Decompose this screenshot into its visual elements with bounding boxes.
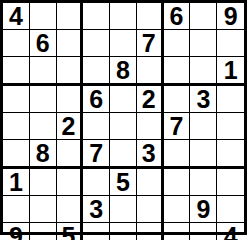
cell-r2c1[interactable] — [3, 30, 30, 57]
cell-r8c8[interactable]: 9 — [190, 196, 217, 223]
cell-r9c9[interactable]: 4 — [217, 223, 244, 240]
cell-r4c5[interactable] — [110, 86, 137, 113]
cell-r4c9[interactable] — [217, 86, 244, 113]
cell-r7c7[interactable] — [164, 169, 191, 196]
cell-r9c1[interactable]: 9 — [3, 223, 30, 240]
cell-r3c2[interactable] — [30, 57, 57, 86]
cell-r8c9[interactable] — [217, 196, 244, 223]
cell-r2c3[interactable] — [57, 30, 84, 57]
cell-r6c9[interactable] — [217, 140, 244, 169]
cell-r1c4[interactable] — [83, 3, 110, 30]
cell-r7c2[interactable] — [30, 169, 57, 196]
cell-r8c1[interactable] — [3, 196, 30, 223]
cell-r3c9[interactable]: 1 — [217, 57, 244, 86]
cell-r6c4[interactable]: 7 — [83, 140, 110, 169]
cell-r7c1[interactable]: 1 — [3, 169, 30, 196]
cell-r2c8[interactable] — [190, 30, 217, 57]
cell-r7c8[interactable] — [190, 169, 217, 196]
cell-r3c4[interactable] — [83, 57, 110, 86]
cell-r2c7[interactable] — [164, 30, 191, 57]
cell-r9c2[interactable] — [30, 223, 57, 240]
cell-r8c5[interactable] — [110, 196, 137, 223]
cell-r2c5[interactable] — [110, 30, 137, 57]
cell-r6c2[interactable]: 8 — [30, 140, 57, 169]
cell-r5c9[interactable] — [217, 113, 244, 140]
cell-r6c6[interactable]: 3 — [137, 140, 164, 169]
cell-r9c8[interactable] — [190, 223, 217, 240]
cell-r1c8[interactable] — [190, 3, 217, 30]
cell-r7c3[interactable] — [57, 169, 84, 196]
cell-r3c8[interactable] — [190, 57, 217, 86]
cell-r5c6[interactable] — [137, 113, 164, 140]
cell-r5c3[interactable]: 2 — [57, 113, 84, 140]
cell-r5c8[interactable] — [190, 113, 217, 140]
cell-r9c6[interactable] — [137, 223, 164, 240]
cell-r8c2[interactable] — [30, 196, 57, 223]
cell-r3c5[interactable]: 8 — [110, 57, 137, 86]
cell-r4c8[interactable]: 3 — [190, 86, 217, 113]
cell-r2c9[interactable] — [217, 30, 244, 57]
cell-r8c7[interactable] — [164, 196, 191, 223]
cell-r1c6[interactable] — [137, 3, 164, 30]
cell-r3c3[interactable] — [57, 57, 84, 86]
cell-r1c2[interactable] — [30, 3, 57, 30]
cell-r6c8[interactable] — [190, 140, 217, 169]
cell-r1c9[interactable]: 9 — [217, 3, 244, 30]
cell-r1c7[interactable]: 6 — [164, 3, 191, 30]
cell-r5c4[interactable] — [83, 113, 110, 140]
cell-r4c6[interactable]: 2 — [137, 86, 164, 113]
cell-r1c1[interactable]: 4 — [3, 3, 30, 30]
cell-r9c7[interactable] — [164, 223, 191, 240]
cell-r2c2[interactable]: 6 — [30, 30, 57, 57]
cell-r1c5[interactable] — [110, 3, 137, 30]
cell-r6c7[interactable] — [164, 140, 191, 169]
cell-r9c4[interactable] — [83, 223, 110, 240]
cell-r8c6[interactable] — [137, 196, 164, 223]
cell-r4c2[interactable] — [30, 86, 57, 113]
cell-r2c4[interactable] — [83, 30, 110, 57]
cell-r4c7[interactable] — [164, 86, 191, 113]
cell-r9c5[interactable] — [110, 223, 137, 240]
cell-r7c9[interactable] — [217, 169, 244, 196]
cell-r3c1[interactable] — [3, 57, 30, 86]
cell-r6c3[interactable] — [57, 140, 84, 169]
cell-r6c5[interactable] — [110, 140, 137, 169]
cell-r4c1[interactable] — [3, 86, 30, 113]
cell-r7c6[interactable] — [137, 169, 164, 196]
cell-r4c3[interactable] — [57, 86, 84, 113]
cell-r7c4[interactable] — [83, 169, 110, 196]
cell-r5c1[interactable] — [3, 113, 30, 140]
cell-r5c5[interactable] — [110, 113, 137, 140]
cell-r1c3[interactable] — [57, 3, 84, 30]
sudoku-board: 4696781623278731539954 — [0, 0, 247, 235]
cell-r5c2[interactable] — [30, 113, 57, 140]
cell-r2c6[interactable]: 7 — [137, 30, 164, 57]
cell-r3c7[interactable] — [164, 57, 191, 86]
cell-r8c4[interactable]: 3 — [83, 196, 110, 223]
cell-r8c3[interactable] — [57, 196, 84, 223]
cell-r4c4[interactable]: 6 — [83, 86, 110, 113]
cell-r7c5[interactable]: 5 — [110, 169, 137, 196]
cell-r6c1[interactable] — [3, 140, 30, 169]
cell-r9c3[interactable]: 5 — [57, 223, 84, 240]
cell-r5c7[interactable]: 7 — [164, 113, 191, 140]
cell-r3c6[interactable] — [137, 57, 164, 86]
